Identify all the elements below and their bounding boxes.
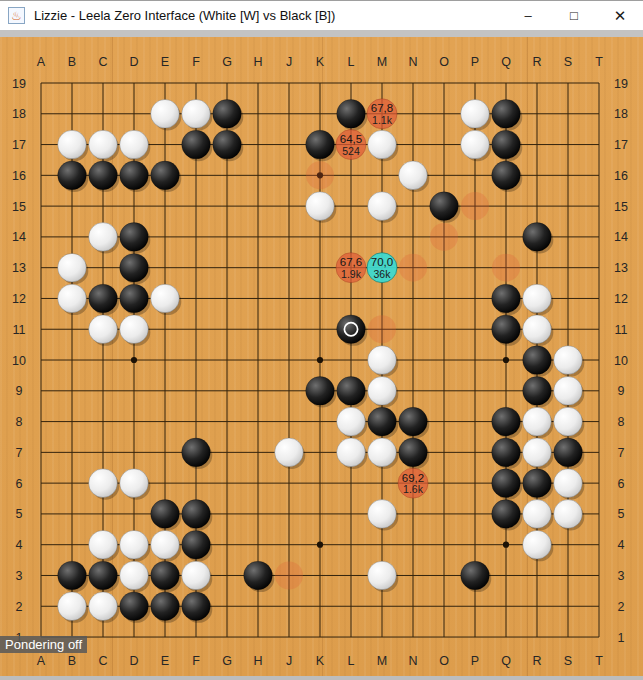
- stone-white-D17: [120, 130, 149, 159]
- stone-white-M7: [368, 438, 397, 467]
- stone-white-F18: [182, 99, 211, 128]
- svg-text:3: 3: [16, 569, 23, 583]
- stone-white-M10: [368, 346, 397, 375]
- svg-text:12: 12: [614, 292, 628, 306]
- stone-white-L8: [337, 407, 366, 436]
- svg-text:15: 15: [12, 200, 26, 214]
- svg-text:M: M: [377, 654, 387, 668]
- stone-white-E4: [151, 530, 180, 559]
- stone-black-L9: [337, 377, 366, 406]
- svg-text:6: 6: [16, 477, 23, 491]
- stone-white-R5: [523, 500, 552, 529]
- stone-black-O15: [430, 192, 459, 221]
- stone-white-C6: [89, 469, 118, 498]
- svg-text:9: 9: [16, 384, 23, 398]
- svg-text:O: O: [439, 55, 449, 69]
- svg-text:15: 15: [614, 200, 628, 214]
- stone-black-N7: [399, 438, 428, 467]
- svg-text:19: 19: [12, 77, 26, 91]
- svg-text:K: K: [316, 55, 325, 69]
- svg-text:B: B: [68, 55, 76, 69]
- svg-text:H: H: [253, 55, 262, 69]
- stone-white-M5: [368, 500, 397, 529]
- svg-text:1.9k: 1.9k: [341, 268, 362, 280]
- svg-text:7: 7: [618, 446, 625, 460]
- stone-black-Q6: [492, 469, 521, 498]
- svg-text:2: 2: [618, 600, 625, 614]
- svg-text:9: 9: [618, 384, 625, 398]
- svg-text:13: 13: [12, 261, 26, 275]
- faint-suggestion-M11[interactable]: [368, 315, 396, 343]
- svg-text:H: H: [253, 654, 262, 668]
- faint-suggestion-O14[interactable]: [430, 223, 458, 251]
- stone-black-R10: [523, 346, 552, 375]
- faint-suggestion-Q13[interactable]: [492, 254, 520, 282]
- star-point-Q10: [503, 357, 509, 363]
- svg-text:L: L: [348, 654, 355, 668]
- stone-black-L11: [337, 315, 366, 344]
- stone-black-Q5: [492, 500, 521, 529]
- stone-black-F4: [182, 530, 211, 559]
- stone-black-H3: [244, 561, 273, 590]
- stone-black-R9: [523, 377, 552, 406]
- svg-text:B: B: [68, 654, 76, 668]
- stone-black-E2: [151, 592, 180, 621]
- svg-text:1.6k: 1.6k: [403, 483, 424, 495]
- stone-white-P17: [461, 130, 490, 159]
- stone-white-L7: [337, 438, 366, 467]
- stone-white-S5: [554, 500, 583, 529]
- svg-text:14: 14: [614, 230, 628, 244]
- svg-text:K: K: [316, 654, 325, 668]
- svg-text:A: A: [37, 55, 46, 69]
- stone-black-G18: [213, 99, 242, 128]
- svg-text:E: E: [161, 55, 169, 69]
- svg-text:18: 18: [614, 107, 628, 121]
- stone-white-C4: [89, 530, 118, 559]
- svg-text:524: 524: [342, 145, 360, 157]
- svg-text:F: F: [192, 654, 200, 668]
- faint-suggestion-K16[interactable]: [306, 161, 334, 189]
- stone-white-D4: [120, 530, 149, 559]
- candidate-move-L13[interactable]: 67,61.9k: [336, 253, 366, 283]
- stone-black-Q18: [492, 99, 521, 128]
- stone-white-M17: [368, 130, 397, 159]
- stone-black-P3: [461, 561, 490, 590]
- stone-black-Q17: [492, 130, 521, 159]
- stone-white-B13: [58, 253, 87, 282]
- svg-text:8: 8: [16, 415, 23, 429]
- stone-black-D13: [120, 253, 149, 282]
- stone-white-K15: [306, 192, 335, 221]
- svg-text:F: F: [192, 55, 200, 69]
- svg-text:T: T: [595, 654, 603, 668]
- stone-black-D14: [120, 223, 149, 252]
- stone-white-M9: [368, 377, 397, 406]
- stone-black-D12: [120, 284, 149, 313]
- stone-black-D2: [120, 592, 149, 621]
- star-point-K4: [317, 542, 323, 548]
- svg-text:T: T: [595, 55, 603, 69]
- stone-black-D16: [120, 161, 149, 190]
- stone-black-F7: [182, 438, 211, 467]
- stone-black-R14: [523, 223, 552, 252]
- stone-white-R12: [523, 284, 552, 313]
- stone-white-N16: [399, 161, 428, 190]
- svg-text:36k: 36k: [374, 268, 392, 280]
- stone-white-P18: [461, 99, 490, 128]
- stone-black-E16: [151, 161, 180, 190]
- star-point-D10: [131, 357, 137, 363]
- svg-text:N: N: [408, 55, 417, 69]
- stone-white-M15: [368, 192, 397, 221]
- stone-white-S6: [554, 469, 583, 498]
- stone-white-M3: [368, 561, 397, 590]
- window-bottom-strip: [0, 676, 643, 680]
- stone-white-C2: [89, 592, 118, 621]
- stone-white-B12: [58, 284, 87, 313]
- svg-text:L: L: [348, 55, 355, 69]
- best-move-M13[interactable]: 70,036k: [367, 253, 397, 283]
- star-point-K10: [317, 357, 323, 363]
- stone-black-S7: [554, 438, 583, 467]
- svg-text:5: 5: [618, 507, 625, 521]
- svg-text:E: E: [161, 654, 169, 668]
- svg-text:14: 14: [12, 230, 26, 244]
- svg-text:67,6: 67,6: [340, 256, 362, 268]
- stone-white-C14: [89, 223, 118, 252]
- svg-text:4: 4: [16, 538, 23, 552]
- star-point-Q4: [503, 542, 509, 548]
- faint-suggestion-P15[interactable]: [461, 192, 489, 220]
- stone-white-E18: [151, 99, 180, 128]
- faint-suggestion-N13[interactable]: [399, 254, 427, 282]
- stone-black-K17: [306, 130, 335, 159]
- stone-black-F5: [182, 500, 211, 529]
- candidate-move-M18[interactable]: 67,81.1k: [367, 99, 397, 129]
- stone-white-D6: [120, 469, 149, 498]
- svg-text:1.1k: 1.1k: [372, 114, 393, 126]
- svg-text:N: N: [408, 654, 417, 668]
- svg-text:J: J: [286, 55, 292, 69]
- svg-text:1: 1: [618, 631, 625, 645]
- stone-white-S9: [554, 377, 583, 406]
- stone-black-G17: [213, 130, 242, 159]
- stone-white-D3: [120, 561, 149, 590]
- stone-white-C11: [89, 315, 118, 344]
- stone-black-B16: [58, 161, 87, 190]
- svg-text:17: 17: [12, 138, 26, 152]
- stone-white-B17: [58, 130, 87, 159]
- stone-white-S8: [554, 407, 583, 436]
- stone-white-R4: [523, 530, 552, 559]
- stone-black-Q11: [492, 315, 521, 344]
- svg-text:Q: Q: [501, 654, 511, 668]
- stone-black-N8: [399, 407, 428, 436]
- svg-text:18: 18: [12, 107, 26, 121]
- stone-black-F2: [182, 592, 211, 621]
- svg-text:67,8: 67,8: [371, 102, 393, 114]
- svg-text:A: A: [37, 654, 46, 668]
- stone-white-D11: [120, 315, 149, 344]
- svg-text:C: C: [98, 654, 107, 668]
- stone-black-K9: [306, 377, 335, 406]
- svg-text:16: 16: [12, 169, 26, 183]
- stone-white-F3: [182, 561, 211, 590]
- stone-black-Q7: [492, 438, 521, 467]
- svg-text:10: 10: [614, 354, 628, 368]
- stone-black-L18: [337, 99, 366, 128]
- stone-black-Q16: [492, 161, 521, 190]
- svg-text:M: M: [377, 55, 387, 69]
- stone-black-B3: [58, 561, 87, 590]
- svg-text:11: 11: [615, 323, 628, 337]
- stone-white-R11: [523, 315, 552, 344]
- candidate-move-N6[interactable]: 69,21.6k: [398, 468, 428, 498]
- stone-black-F17: [182, 130, 211, 159]
- svg-text:J: J: [286, 654, 292, 668]
- svg-text:C: C: [98, 55, 107, 69]
- svg-text:4: 4: [618, 538, 625, 552]
- stone-white-R8: [523, 407, 552, 436]
- stone-black-R6: [523, 469, 552, 498]
- go-board-svg[interactable]: AABBCCDDEEFFGGHHJJKKLLMMNNOOPPQQRRSSTT19…: [0, 0, 643, 680]
- svg-text:8: 8: [618, 415, 625, 429]
- svg-text:D: D: [129, 55, 138, 69]
- svg-text:5: 5: [16, 507, 23, 521]
- svg-text:G: G: [222, 654, 232, 668]
- stone-white-E12: [151, 284, 180, 313]
- stone-black-C3: [89, 561, 118, 590]
- svg-text:13: 13: [614, 261, 628, 275]
- svg-text:11: 11: [13, 323, 26, 337]
- svg-text:R: R: [532, 55, 541, 69]
- svg-text:Q: Q: [501, 55, 511, 69]
- svg-text:10: 10: [12, 354, 26, 368]
- stone-black-E5: [151, 500, 180, 529]
- stone-white-S10: [554, 346, 583, 375]
- svg-text:17: 17: [614, 138, 628, 152]
- stone-white-R7: [523, 438, 552, 467]
- svg-text:D: D: [129, 654, 138, 668]
- svg-text:R: R: [532, 654, 541, 668]
- svg-text:69,2: 69,2: [402, 472, 424, 484]
- stone-black-C16: [89, 161, 118, 190]
- svg-text:P: P: [471, 654, 479, 668]
- stone-black-Q8: [492, 407, 521, 436]
- svg-text:P: P: [471, 55, 479, 69]
- stone-black-C12: [89, 284, 118, 313]
- svg-text:19: 19: [614, 77, 628, 91]
- svg-text:3: 3: [618, 569, 625, 583]
- stone-black-M8: [368, 407, 397, 436]
- stone-black-Q12: [492, 284, 521, 313]
- svg-text:2: 2: [16, 600, 23, 614]
- svg-text:7: 7: [16, 446, 23, 460]
- svg-text:O: O: [439, 654, 449, 668]
- stone-white-J7: [275, 438, 304, 467]
- svg-text:64,5: 64,5: [340, 133, 362, 145]
- pondering-status: Pondering off: [0, 636, 87, 653]
- svg-text:G: G: [222, 55, 232, 69]
- svg-text:70,0: 70,0: [371, 256, 393, 268]
- svg-text:16: 16: [614, 169, 628, 183]
- stone-white-B2: [58, 592, 87, 621]
- svg-text:S: S: [564, 55, 572, 69]
- svg-text:6: 6: [618, 477, 625, 491]
- faint-suggestion-J3[interactable]: [275, 561, 303, 589]
- svg-text:12: 12: [12, 292, 26, 306]
- stone-black-E3: [151, 561, 180, 590]
- svg-text:S: S: [564, 654, 572, 668]
- stone-white-C17: [89, 130, 118, 159]
- candidate-move-L17[interactable]: 64,5524: [336, 130, 366, 160]
